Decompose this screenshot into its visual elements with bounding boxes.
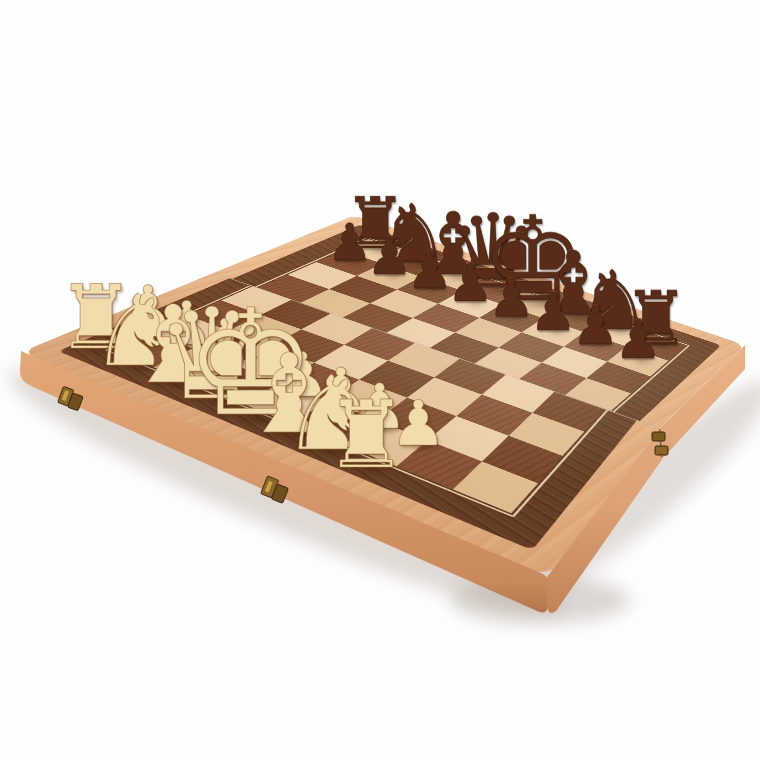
pieces-layer: ♜♟♞♟♝♟♛♟♚♟♝♟♞♟♜♟♟♜♟♟♞♟♝♟♛♟♚♟♝♟♞♜ [0,0,760,760]
chess-set-photo: ♜♟♞♟♝♟♛♟♚♟♝♟♞♟♜♟♟♜♟♟♞♟♝♟♛♟♚♟♝♟♞♜ [0,0,760,760]
piece-black-pawn-f7[interactable]: ♟ [530,286,577,338]
piece-black-pawn-c7[interactable]: ♟ [406,245,452,297]
piece-black-pawn-b7[interactable]: ♟ [366,231,412,282]
piece-black-pawn-e7[interactable]: ♟ [488,272,535,324]
piece-black-pawn-g7[interactable]: ♟ [572,300,619,353]
piece-black-pawn-h7[interactable]: ♟ [614,314,662,367]
piece-white-rook-h1[interactable]: ♜ [324,388,408,481]
